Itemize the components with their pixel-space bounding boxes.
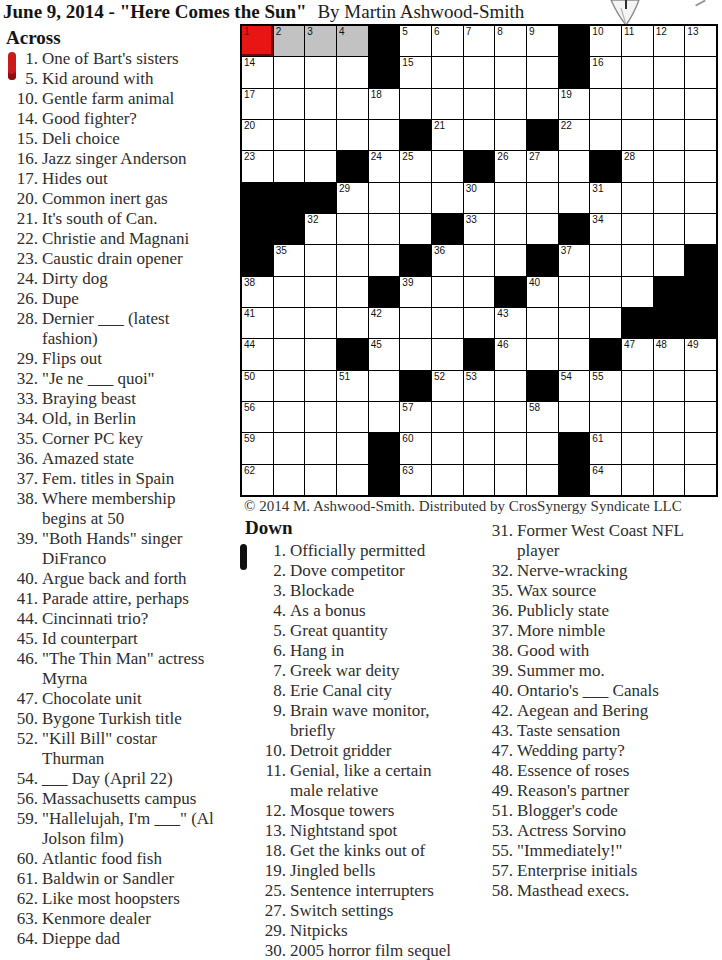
grid-cell[interactable] <box>305 433 336 463</box>
grid-cell[interactable]: 46 <box>495 339 526 369</box>
clue-number: 36. <box>480 601 513 621</box>
grid-cell[interactable] <box>685 120 716 150</box>
grid-cell[interactable]: 37 <box>559 245 590 275</box>
grid-cell[interactable] <box>559 151 590 181</box>
clue-down-27[interactable]: 27.Switch settings <box>250 901 478 921</box>
grid-cell[interactable] <box>654 183 685 213</box>
grid-cell[interactable] <box>685 433 716 463</box>
grid-cell[interactable] <box>305 151 336 181</box>
clue-down-31[interactable]: 31.Former West Coast NFL player <box>480 521 722 561</box>
grid-cell[interactable]: 24 <box>369 151 400 181</box>
grid-cell[interactable] <box>685 89 716 119</box>
grid-cell[interactable] <box>464 89 495 119</box>
grid-cell[interactable] <box>337 402 368 432</box>
grid-cell[interactable] <box>337 89 368 119</box>
grid-cell[interactable] <box>622 89 653 119</box>
grid-cell[interactable] <box>654 371 685 401</box>
grid-cell[interactable] <box>654 120 685 150</box>
clue-text: Like most hoopsters <box>42 889 180 909</box>
grid-cell[interactable] <box>559 308 590 338</box>
clue-across-41[interactable]: 41.Parade attire, perhaps <box>6 589 240 609</box>
grid-cell[interactable] <box>495 57 526 87</box>
clue-across-46[interactable]: 46."The Thin Man" actress Myrna <box>6 649 240 689</box>
clue-across-40[interactable]: 40.Argue back and forth <box>6 569 240 589</box>
grid-cell[interactable] <box>622 371 653 401</box>
grid-cell[interactable] <box>527 339 558 369</box>
grid-cell[interactable]: 59 <box>242 433 273 463</box>
clue-down-6[interactable]: 6.Hang in <box>250 641 478 661</box>
clue-down-47[interactable]: 47.Wedding party? <box>480 741 722 761</box>
grid-cell[interactable] <box>527 183 558 213</box>
clue-down-43[interactable]: 43.Taste sensation <box>480 721 722 741</box>
clue-across-35[interactable]: 35.Corner PC key <box>6 429 240 449</box>
grid-cell[interactable]: 34 <box>590 214 621 244</box>
clue-down-25[interactable]: 25.Sentence interrupters <box>250 881 478 901</box>
grid-cell[interactable] <box>559 277 590 307</box>
clue-number: 32. <box>6 369 38 389</box>
clue-across-44[interactable]: 44.Cincinnati trio? <box>6 609 240 629</box>
grid-cell[interactable] <box>305 465 336 495</box>
grid-cell[interactable] <box>527 308 558 338</box>
grid-cell[interactable] <box>432 339 463 369</box>
grid-cell[interactable]: 25 <box>400 151 431 181</box>
grid-cell[interactable]: 31 <box>590 183 621 213</box>
grid-cell[interactable] <box>432 308 463 338</box>
grid-cell[interactable] <box>495 120 526 150</box>
clue-down-11[interactable]: 11.Genial, like a certain male relative <box>250 761 478 801</box>
clue-down-5[interactable]: 5.Great quantity <box>250 621 478 641</box>
clue-across-50[interactable]: 50.Bygone Turkish title <box>6 709 240 729</box>
grid-cell[interactable] <box>622 277 653 307</box>
grid-cell[interactable] <box>337 57 368 87</box>
grid-cell[interactable] <box>654 214 685 244</box>
grid-cell[interactable]: 7 <box>464 26 495 56</box>
clue-number: 40. <box>6 569 38 589</box>
clue-down-3[interactable]: 3.Blockade <box>250 581 478 601</box>
grid-cell[interactable] <box>622 402 653 432</box>
grid-cell[interactable] <box>527 57 558 87</box>
grid-cell[interactable]: 13 <box>685 26 716 56</box>
grid-cell[interactable] <box>274 465 305 495</box>
clue-down-1[interactable]: 1.Officially permitted <box>250 541 478 561</box>
clue-down-2[interactable]: 2.Dove competitor <box>250 561 478 581</box>
grid-cell[interactable] <box>432 402 463 432</box>
grid-cell[interactable] <box>464 277 495 307</box>
cell-number: 18 <box>371 90 382 100</box>
clue-number: 23. <box>6 249 38 269</box>
grid-cell[interactable]: 30 <box>464 183 495 213</box>
grid-cell[interactable]: 57 <box>400 402 431 432</box>
grid-cell[interactable] <box>685 57 716 87</box>
clue-across-54[interactable]: 54.___ Day (April 22) <box>6 769 240 789</box>
clue-down-36[interactable]: 36.Publicly state <box>480 601 722 621</box>
grid-cell[interactable]: 10 <box>590 26 621 56</box>
clue-down-18[interactable]: 18.Get the kinks out of <box>250 841 478 861</box>
cell-number: 61 <box>592 434 603 444</box>
clue-text: Actress Sorvino <box>517 821 626 841</box>
grid-cell[interactable] <box>432 277 463 307</box>
clue-down-13[interactable]: 13.Nightstand spot <box>250 821 478 841</box>
grid-cell[interactable] <box>654 57 685 87</box>
grid-cell[interactable] <box>622 120 653 150</box>
grid-cell[interactable] <box>337 245 368 275</box>
grid-cell[interactable] <box>369 245 400 275</box>
clue-down-40[interactable]: 40.Ontario's ___ Canals <box>480 681 722 701</box>
grid-cell[interactable]: 23 <box>242 151 273 181</box>
grid-cell[interactable]: 17 <box>242 89 273 119</box>
grid-cell[interactable]: 61 <box>590 433 621 463</box>
grid-cell[interactable] <box>685 183 716 213</box>
clue-across-32[interactable]: 32."Je ne ___ quoi" <box>6 369 240 389</box>
grid-cell[interactable] <box>305 371 336 401</box>
clue-down-30[interactable]: 30.2005 horror film sequel <box>250 941 478 960</box>
grid-cell[interactable]: 64 <box>590 465 621 495</box>
clue-across-62[interactable]: 62.Like most hoopsters <box>6 889 240 909</box>
grid-cell[interactable] <box>400 183 431 213</box>
grid-cell[interactable] <box>590 120 621 150</box>
grid-cell[interactable]: 2 <box>274 26 305 56</box>
clue-down-35[interactable]: 35.Wax source <box>480 581 722 601</box>
grid-cell[interactable] <box>274 433 305 463</box>
grid-cell[interactable] <box>495 214 526 244</box>
clue-down-32[interactable]: 32.Nerve-wracking <box>480 561 722 581</box>
crossword-grid[interactable]: 1234567891011121314151617181920212223242… <box>240 24 718 497</box>
grid-cell[interactable]: 19 <box>559 89 590 119</box>
grid-cell[interactable] <box>685 151 716 181</box>
grid-cell[interactable] <box>305 402 336 432</box>
grid-cell[interactable]: 50 <box>242 371 273 401</box>
clue-across-52[interactable]: 52."Kill Bill" costar Thurman <box>6 729 240 769</box>
grid-cell[interactable]: 8 <box>495 26 526 56</box>
grid-cell[interactable]: 5 <box>400 26 431 56</box>
grid-cell[interactable]: 51 <box>337 371 368 401</box>
clue-down-29[interactable]: 29.Nitpicks <box>250 921 478 941</box>
grid-cell[interactable] <box>622 214 653 244</box>
grid-cell[interactable] <box>400 308 431 338</box>
grid-cell[interactable] <box>622 433 653 463</box>
grid-cell[interactable] <box>495 89 526 119</box>
grid-cell[interactable] <box>305 120 336 150</box>
grid-cell[interactable]: 33 <box>464 214 495 244</box>
clue-down-38[interactable]: 38.Good with <box>480 641 722 661</box>
grid-cell[interactable] <box>622 57 653 87</box>
grid-cell[interactable]: 56 <box>242 402 273 432</box>
grid-cell[interactable]: 4 <box>337 26 368 56</box>
grid-cell[interactable]: 45 <box>369 339 400 369</box>
grid-cell[interactable]: 44 <box>242 339 273 369</box>
grid-cell[interactable] <box>337 277 368 307</box>
cell-number: 16 <box>592 58 603 68</box>
clue-down-7[interactable]: 7.Greek war deity <box>250 661 478 681</box>
cell-number: 10 <box>592 27 603 37</box>
cell-number: 62 <box>244 466 255 476</box>
grid-cell[interactable]: 29 <box>337 183 368 213</box>
grid-cell[interactable] <box>369 371 400 401</box>
grid-cell[interactable] <box>685 465 716 495</box>
grid-cell[interactable] <box>337 308 368 338</box>
clue-number: 17. <box>6 169 38 189</box>
grid-cell[interactable] <box>305 277 336 307</box>
grid-cell[interactable] <box>495 371 526 401</box>
grid-cell[interactable]: 53 <box>464 371 495 401</box>
clue-across-17[interactable]: 17.Hides out <box>6 169 240 189</box>
clue-down-10[interactable]: 10.Detroit gridder <box>250 741 478 761</box>
clue-across-60[interactable]: 60.Atlantic food fish <box>6 849 240 869</box>
grid-cell[interactable] <box>337 465 368 495</box>
clue-number: 47. <box>480 741 513 761</box>
grid-cell[interactable] <box>527 214 558 244</box>
grid-cell[interactable] <box>337 214 368 244</box>
clue-across-59[interactable]: 59."Hallelujah, I'm ___" (Al Jolson film… <box>6 809 240 849</box>
cell-number: 63 <box>402 466 413 476</box>
clue-text: Sentence interrupters <box>290 881 434 901</box>
clue-down-53[interactable]: 53.Actress Sorvino <box>480 821 722 841</box>
grid-cell[interactable] <box>305 57 336 87</box>
grid-cell[interactable] <box>559 402 590 432</box>
grid-cell[interactable]: 21 <box>432 120 463 150</box>
clue-across-26[interactable]: 26.Dupe <box>6 289 240 309</box>
grid-cell[interactable] <box>590 402 621 432</box>
clue-down-12[interactable]: 12.Mosque towers <box>250 801 478 821</box>
clue-across-33[interactable]: 33.Braying beast <box>6 389 240 409</box>
grid-cell[interactable] <box>527 89 558 119</box>
clue-across-21[interactable]: 21.It's south of Can. <box>6 209 240 229</box>
grid-cell[interactable] <box>464 465 495 495</box>
grid-cell[interactable] <box>527 433 558 463</box>
clue-down-57[interactable]: 57.Enterprise initials <box>480 861 722 881</box>
grid-cell[interactable] <box>559 183 590 213</box>
grid-cell[interactable] <box>305 89 336 119</box>
grid-cell[interactable] <box>369 183 400 213</box>
grid-cell[interactable] <box>590 277 621 307</box>
grid-cell[interactable] <box>337 433 368 463</box>
grid-cell[interactable]: 16 <box>590 57 621 87</box>
clue-across-34[interactable]: 34.Old, in Berlin <box>6 409 240 429</box>
clue-number: 29. <box>6 349 38 369</box>
grid-cell[interactable]: 38 <box>242 277 273 307</box>
clue-across-24[interactable]: 24.Dirty dog <box>6 269 240 289</box>
clue-across-15[interactable]: 15.Deli choice <box>6 129 240 149</box>
clue-across-28[interactable]: 28.Dernier ___ (latest fashion) <box>6 309 240 349</box>
clue-across-1[interactable]: 1.One of Bart's sisters <box>6 49 240 69</box>
clue-across-10[interactable]: 10.Gentle farm animal <box>6 89 240 109</box>
clue-across-20[interactable]: 20.Common inert gas <box>6 189 240 209</box>
grid-cell[interactable] <box>495 402 526 432</box>
grid-cell[interactable]: 32 <box>305 214 336 244</box>
grid-cell[interactable] <box>622 465 653 495</box>
grid-cell[interactable] <box>274 339 305 369</box>
grid-cell[interactable] <box>464 245 495 275</box>
grid-cell[interactable]: 20 <box>242 120 273 150</box>
clue-number: 43. <box>480 721 513 741</box>
clue-number: 5. <box>250 621 286 641</box>
grid-cell[interactable] <box>305 245 336 275</box>
clue-down-37[interactable]: 37.More nimble <box>480 621 722 641</box>
grid-cell[interactable] <box>622 183 653 213</box>
clue-across-14[interactable]: 14.Good fighter? <box>6 109 240 129</box>
grid-cell[interactable] <box>274 57 305 87</box>
grid-cell[interactable]: 12 <box>654 26 685 56</box>
grid-cell[interactable] <box>685 371 716 401</box>
grid-cell[interactable]: 9 <box>527 26 558 56</box>
grid-cell[interactable] <box>464 308 495 338</box>
clue-number: 42. <box>480 701 513 721</box>
grid-cell[interactable] <box>464 433 495 463</box>
grid-cell[interactable] <box>337 120 368 150</box>
clue-text: Old, in Berlin <box>42 409 136 429</box>
grid-cell[interactable] <box>369 402 400 432</box>
clue-across-22[interactable]: 22.Christie and Magnani <box>6 229 240 249</box>
grid-cell[interactable] <box>559 339 590 369</box>
grid-cell[interactable] <box>527 465 558 495</box>
grid-cell[interactable] <box>495 245 526 275</box>
clue-across-64[interactable]: 64.Dieppe dad <box>6 929 240 949</box>
grid-cell[interactable]: 54 <box>559 371 590 401</box>
grid-cell[interactable] <box>274 277 305 307</box>
grid-cell[interactable]: 60 <box>400 433 431 463</box>
grid-cell[interactable] <box>305 308 336 338</box>
grid-cell[interactable]: 63 <box>400 465 431 495</box>
grid-cell[interactable] <box>432 465 463 495</box>
grid-cell[interactable]: 58 <box>527 402 558 432</box>
grid-cell[interactable] <box>495 183 526 213</box>
grid-cell[interactable] <box>400 214 431 244</box>
black-cell <box>242 245 273 275</box>
grid-cell[interactable]: 35 <box>274 245 305 275</box>
clue-down-42[interactable]: 42.Aegean and Bering <box>480 701 722 721</box>
clue-text: Nerve-wracking <box>517 561 627 581</box>
clue-across-45[interactable]: 45.Id counterpart <box>6 629 240 649</box>
grid-cell[interactable] <box>464 57 495 87</box>
grid-cell[interactable] <box>495 433 526 463</box>
grid-cell[interactable] <box>654 465 685 495</box>
clue-down-8[interactable]: 8.Erie Canal city <box>250 681 478 701</box>
clue-text: Enterprise initials <box>517 861 637 881</box>
clue-across-37[interactable]: 37.Fem. titles in Spain <box>6 469 240 489</box>
clue-text: "Immediately!" <box>517 841 622 861</box>
grid-cell[interactable] <box>654 245 685 275</box>
grid-cell[interactable]: 3 <box>305 26 336 56</box>
clue-text: Wedding party? <box>517 741 625 761</box>
grid-cell[interactable]: 41 <box>242 308 273 338</box>
grid-cell[interactable] <box>654 151 685 181</box>
clue-down-51[interactable]: 51.Blogger's code <box>480 801 722 821</box>
grid-cell[interactable] <box>590 308 621 338</box>
grid-cell[interactable] <box>622 245 653 275</box>
grid-cell[interactable] <box>685 214 716 244</box>
clue-across-36[interactable]: 36.Amazed state <box>6 449 240 469</box>
selected-cell[interactable]: 1 <box>242 26 273 56</box>
clue-down-9[interactable]: 9.Brain wave monitor, briefly <box>250 701 478 741</box>
cell-number: 54 <box>561 372 572 382</box>
grid-cell[interactable] <box>432 89 463 119</box>
clue-down-4[interactable]: 4.As a bonus <box>250 601 478 621</box>
clue-down-49[interactable]: 49.Reason's partner <box>480 781 722 801</box>
clue-across-39[interactable]: 39."Both Hands" singer DiFranco <box>6 529 240 569</box>
grid-cell[interactable] <box>432 57 463 87</box>
grid-cell[interactable]: 6 <box>432 26 463 56</box>
grid-cell[interactable]: 11 <box>622 26 653 56</box>
grid-cell[interactable] <box>274 151 305 181</box>
grid-cell[interactable]: 26 <box>495 151 526 181</box>
clue-down-19[interactable]: 19.Jingled bells <box>250 861 478 881</box>
clue-down-55[interactable]: 55."Immediately!" <box>480 841 722 861</box>
grid-cell[interactable] <box>590 89 621 119</box>
grid-cell[interactable] <box>654 433 685 463</box>
grid-cell[interactable]: 27 <box>527 151 558 181</box>
grid-cell[interactable] <box>400 89 431 119</box>
grid-cell[interactable]: 18 <box>369 89 400 119</box>
grid-cell[interactable]: 15 <box>400 57 431 87</box>
grid-cell[interactable]: 62 <box>242 465 273 495</box>
clue-text: Common inert gas <box>42 189 168 209</box>
grid-cell[interactable]: 47 <box>622 339 653 369</box>
grid-cell[interactable]: 49 <box>685 339 716 369</box>
grid-cell[interactable] <box>369 120 400 150</box>
grid-cell[interactable] <box>654 402 685 432</box>
clue-across-5[interactable]: 5.Kid around with <box>6 69 240 89</box>
grid-cell[interactable] <box>590 245 621 275</box>
down-clue-list-col1: 1.Officially permitted2.Dove competitor3… <box>250 541 478 960</box>
down-header: Down <box>245 518 293 538</box>
clue-across-61[interactable]: 61.Baldwin or Sandler <box>6 869 240 889</box>
clue-across-47[interactable]: 47.Chocolate unit <box>6 689 240 709</box>
clue-across-38[interactable]: 38.Where membership begins at 50 <box>6 489 240 529</box>
clue-across-29[interactable]: 29.Flips out <box>6 349 240 369</box>
grid-cell[interactable] <box>305 339 336 369</box>
grid-cell[interactable] <box>495 465 526 495</box>
grid-cell[interactable] <box>432 151 463 181</box>
clue-down-58[interactable]: 58.Masthead execs. <box>480 881 722 901</box>
clue-across-63[interactable]: 63.Kenmore dealer <box>6 909 240 929</box>
grid-cell[interactable]: 28 <box>622 151 653 181</box>
grid-cell[interactable] <box>274 89 305 119</box>
grid-cell[interactable]: 39 <box>400 277 431 307</box>
clue-across-16[interactable]: 16.Jazz singer Anderson <box>6 149 240 169</box>
grid-cell[interactable] <box>274 402 305 432</box>
clue-across-56[interactable]: 56.Massachusetts campus <box>6 789 240 809</box>
clue-down-39[interactable]: 39.Summer mo. <box>480 661 722 681</box>
clue-across-23[interactable]: 23.Caustic drain opener <box>6 249 240 269</box>
grid-cell[interactable] <box>432 183 463 213</box>
grid-cell[interactable] <box>654 89 685 119</box>
grid-cell[interactable]: 48 <box>654 339 685 369</box>
clue-number: 2. <box>250 561 286 581</box>
active-down-clue-marker <box>240 544 247 570</box>
grid-cell[interactable]: 42 <box>369 308 400 338</box>
grid-cell[interactable]: 52 <box>432 371 463 401</box>
grid-cell[interactable] <box>274 308 305 338</box>
clue-down-48[interactable]: 48.Essence of roses <box>480 761 722 781</box>
grid-cell[interactable]: 55 <box>590 371 621 401</box>
grid-cell[interactable]: 14 <box>242 57 273 87</box>
grid-cell[interactable]: 36 <box>432 245 463 275</box>
clue-text: Publicly state <box>517 601 609 621</box>
grid-cell[interactable] <box>464 402 495 432</box>
grid-cell[interactable] <box>464 120 495 150</box>
grid-cell[interactable]: 22 <box>559 120 590 150</box>
clue-text: "The Thin Man" actress Myrna <box>42 649 204 689</box>
grid-cell[interactable] <box>432 433 463 463</box>
grid-cell[interactable] <box>274 120 305 150</box>
grid-cell[interactable] <box>400 339 431 369</box>
grid-cell[interactable] <box>369 214 400 244</box>
grid-cell[interactable] <box>274 371 305 401</box>
cell-number: 58 <box>529 403 540 413</box>
grid-cell[interactable]: 43 <box>495 308 526 338</box>
grid-cell[interactable] <box>685 402 716 432</box>
grid-cell[interactable]: 40 <box>527 277 558 307</box>
